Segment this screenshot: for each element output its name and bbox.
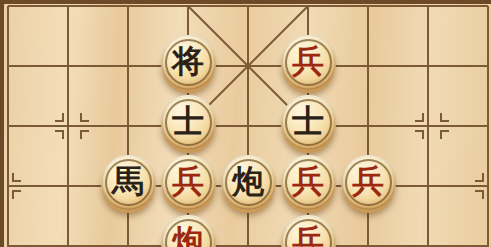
black-horse[interactable]: 馬	[101, 155, 156, 210]
point-f9r2[interactable]	[458, 36, 491, 96]
red-cannon[interactable]: 炮	[161, 215, 216, 247]
point-f1r5[interactable]	[0, 216, 38, 247]
point-f1r1[interactable]	[0, 0, 38, 36]
point-f4r2[interactable]: 将	[158, 36, 218, 96]
red-soldier[interactable]: 兵	[281, 155, 336, 210]
point-f7r3[interactable]	[338, 96, 398, 156]
point-f5r5[interactable]	[218, 216, 278, 247]
point-f8r4[interactable]	[398, 156, 458, 216]
point-f1r2[interactable]	[0, 36, 38, 96]
piece-glyph: 兵	[352, 165, 384, 197]
point-f6r4[interactable]: 兵	[278, 156, 338, 216]
piece-glyph: 将	[172, 45, 204, 77]
point-f8r2[interactable]	[398, 36, 458, 96]
point-f7r1[interactable]	[338, 0, 398, 36]
piece-glyph: 炮	[172, 225, 204, 247]
black-advisor[interactable]: 士	[161, 95, 216, 150]
red-soldier[interactable]: 兵	[281, 215, 336, 247]
point-f3r2[interactable]	[98, 36, 158, 96]
point-f4r4[interactable]: 兵	[158, 156, 218, 216]
point-f8r1[interactable]	[398, 0, 458, 36]
point-f3r5[interactable]	[98, 216, 158, 247]
point-f7r2[interactable]	[338, 36, 398, 96]
red-soldier[interactable]: 兵	[281, 35, 336, 90]
point-f5r4[interactable]: 炮	[218, 156, 278, 216]
red-soldier[interactable]: 兵	[341, 155, 396, 210]
black-general[interactable]: 将	[161, 35, 216, 90]
point-f3r3[interactable]	[98, 96, 158, 156]
piece-glyph: 士	[292, 105, 324, 137]
point-f5r3[interactable]	[218, 96, 278, 156]
point-f6r5[interactable]: 兵	[278, 216, 338, 247]
point-f5r2[interactable]	[218, 36, 278, 96]
point-f9r5[interactable]	[458, 216, 491, 247]
point-f4r1[interactable]	[158, 0, 218, 36]
point-f4r5[interactable]: 炮	[158, 216, 218, 247]
point-f1r3[interactable]	[0, 96, 38, 156]
point-f2r1[interactable]	[38, 0, 98, 36]
point-f7r4[interactable]: 兵	[338, 156, 398, 216]
board-points: 将兵士士馬兵炮兵兵炮兵	[0, 0, 491, 247]
piece-glyph: 兵	[292, 165, 324, 197]
point-f6r3[interactable]: 士	[278, 96, 338, 156]
piece-glyph: 馬	[112, 165, 144, 197]
xiangqi-board: 将兵士士馬兵炮兵兵炮兵	[0, 0, 491, 247]
point-f1r4[interactable]	[0, 156, 38, 216]
piece-glyph: 兵	[172, 165, 204, 197]
point-f9r3[interactable]	[458, 96, 491, 156]
point-f8r3[interactable]	[398, 96, 458, 156]
point-f9r1[interactable]	[458, 0, 491, 36]
point-f8r5[interactable]	[398, 216, 458, 247]
red-soldier[interactable]: 兵	[161, 155, 216, 210]
point-f6r2[interactable]: 兵	[278, 36, 338, 96]
piece-glyph: 士	[172, 105, 204, 137]
piece-glyph: 兵	[292, 45, 324, 77]
point-f3r4[interactable]: 馬	[98, 156, 158, 216]
point-f2r5[interactable]	[38, 216, 98, 247]
piece-glyph: 炮	[232, 165, 264, 197]
point-f2r3[interactable]	[38, 96, 98, 156]
point-f6r1[interactable]	[278, 0, 338, 36]
black-advisor[interactable]: 士	[281, 95, 336, 150]
point-f4r3[interactable]: 士	[158, 96, 218, 156]
point-f2r2[interactable]	[38, 36, 98, 96]
point-f5r1[interactable]	[218, 0, 278, 36]
point-f3r1[interactable]	[98, 0, 158, 36]
point-f9r4[interactable]	[458, 156, 491, 216]
piece-glyph: 兵	[292, 225, 324, 247]
point-f7r5[interactable]	[338, 216, 398, 247]
black-cannon[interactable]: 炮	[221, 155, 276, 210]
point-f2r4[interactable]	[38, 156, 98, 216]
